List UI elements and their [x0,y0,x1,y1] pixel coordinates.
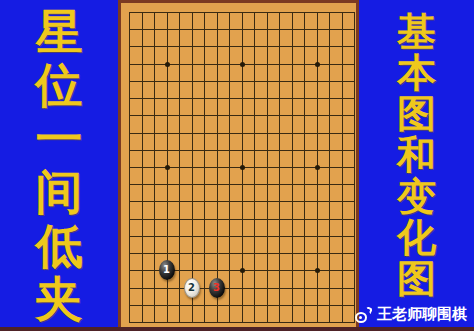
grid-line-horizontal [129,201,355,202]
grid-line-horizontal [129,253,355,254]
stone-move-number: 1 [163,265,170,275]
star-point [165,165,170,170]
stone-black-move-1: 1 [159,260,175,280]
grid-line-vertical [304,12,305,323]
title-char: 本 [397,53,436,92]
star-point [240,165,245,170]
bottom-border [0,327,474,331]
title-char: 夹 [36,275,83,322]
star-point [165,62,170,67]
star-point [315,62,320,67]
title-char: 基 [397,12,436,51]
stone-move-number: 3 [213,283,220,293]
stone-black-move-3: 3 [209,278,225,298]
grid-line-horizontal [129,288,355,289]
grid-line-vertical [254,12,255,323]
title-char: 位 [36,61,83,108]
title-char: 化 [397,218,436,257]
grid-line-horizontal [129,322,355,323]
grid-line-vertical [292,12,293,323]
grid-line-vertical [329,12,330,323]
title-char: 间 [36,168,83,215]
grid-line-horizontal [129,236,355,237]
grid-line-horizontal [129,219,355,220]
weibo-logo-icon [355,307,372,323]
star-point [240,62,245,67]
grid-line-horizontal [129,305,355,306]
title-char: 星 [36,8,83,55]
grid-line-vertical [279,12,280,323]
star-point [315,165,320,170]
star-point [240,268,245,273]
stone-white-move-2: 2 [184,278,200,298]
watermark-text: 王老师聊围棋 [377,305,467,324]
left-title: 星位一间低夹 [0,0,118,326]
grid-line-horizontal [129,184,355,185]
board-grid: 123 [129,12,354,322]
star-point [315,268,320,273]
title-char: 图 [397,94,436,133]
title-char: 和 [397,135,436,174]
go-board: 123 [118,0,359,327]
video-frame: 星位一间低夹 123 基本图和变化图 王老师聊围棋 [0,0,474,331]
stone-move-number: 2 [188,283,195,293]
title-char: 变 [397,177,436,216]
title-char: 低 [36,222,83,269]
grid-line-vertical [267,12,268,323]
title-char: 图 [397,259,436,298]
right-title: 基本图和变化图 [359,0,474,298]
grid-line-vertical [342,12,343,323]
grid-line-vertical [354,12,355,323]
watermark: 王老师聊围棋 [355,305,467,324]
title-char: 一 [36,115,83,162]
